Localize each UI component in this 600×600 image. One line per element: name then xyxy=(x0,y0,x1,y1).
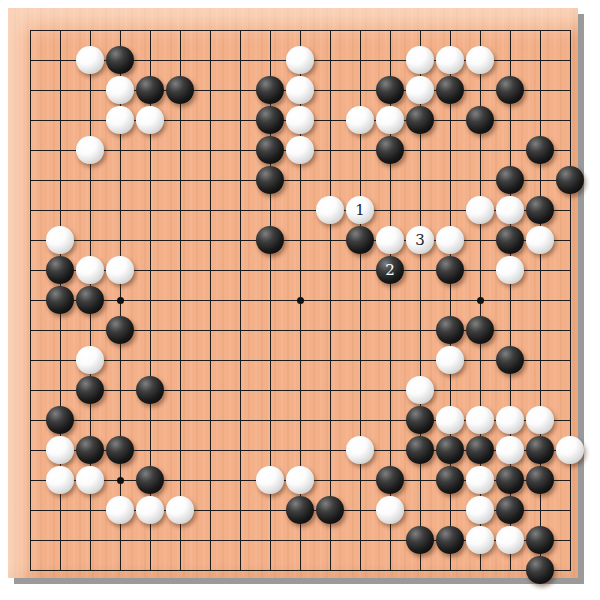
stone-white xyxy=(496,436,524,464)
stone-white xyxy=(466,526,494,554)
star-point xyxy=(297,297,304,304)
star-point xyxy=(477,297,484,304)
stone-white xyxy=(436,226,464,254)
move-label: 3 xyxy=(415,233,425,248)
stone-black xyxy=(106,46,134,74)
stone-white xyxy=(526,406,554,434)
move-label: 2 xyxy=(385,263,395,278)
stone-white xyxy=(436,346,464,374)
stone-black xyxy=(46,256,74,284)
stone-white xyxy=(556,436,584,464)
stone-white xyxy=(256,466,284,494)
stone-white xyxy=(106,496,134,524)
stone-black xyxy=(76,286,104,314)
stone-white xyxy=(286,136,314,164)
stone-black xyxy=(466,106,494,134)
stone-white xyxy=(46,466,74,494)
stone-black xyxy=(496,346,524,374)
stone-white xyxy=(466,406,494,434)
stone-white xyxy=(496,526,524,554)
stone-black xyxy=(166,76,194,104)
stone-white xyxy=(106,106,134,134)
stone-white xyxy=(346,106,374,134)
stone-white xyxy=(76,136,104,164)
stone-white xyxy=(406,376,434,404)
stone-black xyxy=(526,526,554,554)
stone-black xyxy=(436,466,464,494)
stone-white xyxy=(466,196,494,224)
stone-white xyxy=(376,226,404,254)
stone-white xyxy=(316,196,344,224)
stone-white xyxy=(526,226,554,254)
stone-black xyxy=(376,76,404,104)
stone-white xyxy=(466,496,494,524)
star-point xyxy=(117,297,124,304)
stone-black xyxy=(406,526,434,554)
stone-white xyxy=(286,106,314,134)
stone-black xyxy=(76,376,104,404)
stone-black xyxy=(496,76,524,104)
stone-black xyxy=(136,376,164,404)
board-grid[interactable]: 132 xyxy=(30,30,571,571)
stone-white xyxy=(496,406,524,434)
stone-black xyxy=(466,316,494,344)
stone-white xyxy=(46,436,74,464)
stone-white: 1 xyxy=(346,196,374,224)
stone-black xyxy=(76,436,104,464)
stone-black xyxy=(316,496,344,524)
stone-black xyxy=(436,526,464,554)
stone-white xyxy=(406,46,434,74)
stone-black xyxy=(496,226,524,254)
stone-black xyxy=(526,466,554,494)
stone-black xyxy=(46,406,74,434)
stone-black: 2 xyxy=(376,256,404,284)
stone-black xyxy=(466,436,494,464)
stone-black xyxy=(136,466,164,494)
stone-white xyxy=(436,406,464,434)
stone-black xyxy=(256,106,284,134)
stone-black xyxy=(406,436,434,464)
stone-black xyxy=(526,196,554,224)
stone-white xyxy=(166,496,194,524)
stone-black xyxy=(556,166,584,194)
stone-black xyxy=(436,76,464,104)
stone-white xyxy=(76,346,104,374)
stone-white xyxy=(286,466,314,494)
stone-white xyxy=(496,256,524,284)
stone-white xyxy=(376,106,404,134)
stone-white xyxy=(76,256,104,284)
stone-black xyxy=(286,496,314,524)
stone-white xyxy=(106,256,134,284)
stone-black xyxy=(406,106,434,134)
stone-black xyxy=(406,406,434,434)
stone-black xyxy=(256,226,284,254)
stone-black xyxy=(526,556,554,584)
stone-black xyxy=(496,466,524,494)
stone-black xyxy=(526,136,554,164)
move-label: 1 xyxy=(355,203,365,218)
stone-white: 3 xyxy=(406,226,434,254)
stone-black xyxy=(376,136,404,164)
stone-white xyxy=(136,496,164,524)
stone-white xyxy=(106,76,134,104)
stone-white xyxy=(136,106,164,134)
stone-black xyxy=(436,436,464,464)
stone-white xyxy=(286,46,314,74)
stone-black xyxy=(106,316,134,344)
stone-black xyxy=(46,286,74,314)
stone-white xyxy=(46,226,74,254)
stone-black xyxy=(256,76,284,104)
stone-white xyxy=(376,496,404,524)
stone-black xyxy=(526,436,554,464)
stone-white xyxy=(406,76,434,104)
stone-black xyxy=(436,256,464,284)
go-board[interactable]: 132 xyxy=(8,8,578,578)
stone-black xyxy=(496,166,524,194)
stone-white xyxy=(76,46,104,74)
stone-black xyxy=(436,316,464,344)
star-point xyxy=(117,477,124,484)
stone-black xyxy=(136,76,164,104)
stone-white xyxy=(466,46,494,74)
stone-black xyxy=(496,496,524,524)
stone-white xyxy=(346,436,374,464)
stone-black xyxy=(256,136,284,164)
stone-white xyxy=(466,466,494,494)
stone-white xyxy=(76,466,104,494)
stone-black xyxy=(376,466,404,494)
stone-white xyxy=(496,196,524,224)
stone-white xyxy=(436,46,464,74)
stone-white xyxy=(286,76,314,104)
stone-black xyxy=(256,166,284,194)
stone-black xyxy=(346,226,374,254)
stone-black xyxy=(106,436,134,464)
